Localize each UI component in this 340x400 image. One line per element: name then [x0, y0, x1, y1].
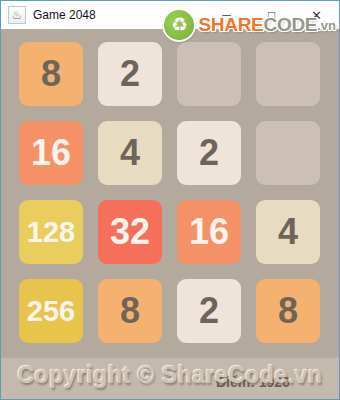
- sharecode-logo: ♻ SHARECODE.vn: [164, 10, 336, 40]
- tile-r4c4-value-8: 8: [256, 279, 320, 343]
- tile-r2c4-empty: [256, 121, 320, 185]
- tile-r4c2-value-8: 8: [98, 279, 162, 343]
- window-title: Game 2048: [33, 8, 96, 22]
- game-2048-window: ♨ Game 2048 ─ □ ✕ 82164212832164256828 Đ…: [0, 0, 340, 400]
- tile-r3c1-value-128: 128: [19, 200, 83, 264]
- tile-r1c3-empty: [177, 42, 241, 106]
- tile-r3c4-value-4: 4: [256, 200, 320, 264]
- tile-r1c4-empty: [256, 42, 320, 106]
- logo-share-text: SHARE: [198, 14, 263, 36]
- tile-r2c2-value-4: 4: [98, 121, 162, 185]
- tile-r2c3-value-2: 2: [177, 121, 241, 185]
- tile-r1c1-value-8: 8: [19, 42, 83, 106]
- recycle-icon: ♻: [164, 10, 194, 40]
- tile-r3c2-value-32: 32: [98, 200, 162, 264]
- java-app-icon: ♨: [8, 6, 26, 24]
- tile-r4c3-value-2: 2: [177, 279, 241, 343]
- board[interactable]: 82164212832164256828: [19, 42, 320, 343]
- tile-r2c1-value-16: 16: [19, 121, 83, 185]
- logo-vn-text: .vn: [317, 18, 336, 33]
- logo-code-text: CODE: [264, 14, 318, 36]
- status-bar: Điểm: 1920: [1, 358, 339, 399]
- score-label: Điểm: 1920: [216, 374, 290, 390]
- tile-r4c1-value-256: 256: [19, 279, 83, 343]
- tile-r1c2-value-2: 2: [98, 42, 162, 106]
- tile-r3c3-value-16: 16: [177, 200, 241, 264]
